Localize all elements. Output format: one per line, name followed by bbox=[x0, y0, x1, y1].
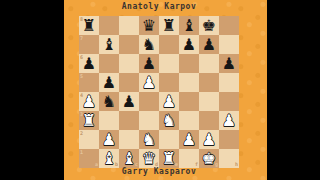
square-e8[interactable]: ♜ bbox=[159, 16, 179, 35]
square-d2[interactable]: ♞ bbox=[139, 130, 159, 149]
square-b7[interactable]: ♝ bbox=[99, 35, 119, 54]
square-c5[interactable] bbox=[119, 73, 139, 92]
square-d6[interactable]: ♟ bbox=[139, 54, 159, 73]
white-pawn-d5[interactable]: ♟ bbox=[142, 73, 156, 92]
black-bishop-f8[interactable]: ♝ bbox=[182, 16, 196, 35]
square-a3[interactable]: 3♜ bbox=[79, 111, 99, 130]
square-h8[interactable] bbox=[219, 16, 239, 35]
square-f3[interactable] bbox=[179, 111, 199, 130]
square-h2[interactable] bbox=[219, 130, 239, 149]
rank-label-3: 3 bbox=[80, 112, 83, 117]
square-f6[interactable] bbox=[179, 54, 199, 73]
square-f5[interactable] bbox=[179, 73, 199, 92]
letterbox-bar-left bbox=[0, 0, 64, 180]
square-g3[interactable] bbox=[199, 111, 219, 130]
square-h3[interactable]: ♟ bbox=[219, 111, 239, 130]
rank-label-5: 5 bbox=[80, 74, 83, 79]
white-pawn-g2[interactable]: ♟ bbox=[202, 130, 216, 149]
square-g2[interactable]: ♟ bbox=[199, 130, 219, 149]
square-e7[interactable] bbox=[159, 35, 179, 54]
square-e5[interactable] bbox=[159, 73, 179, 92]
white-pawn-f2[interactable]: ♟ bbox=[182, 130, 196, 149]
square-d7[interactable]: ♞ bbox=[139, 35, 159, 54]
square-h7[interactable] bbox=[219, 35, 239, 54]
square-f1[interactable]: f bbox=[179, 149, 199, 168]
square-e2[interactable] bbox=[159, 130, 179, 149]
square-b4[interactable]: ♞ bbox=[99, 92, 119, 111]
white-player-name: Garry Kasparov bbox=[79, 167, 239, 176]
square-d1[interactable]: d♛ bbox=[139, 149, 159, 168]
square-f2[interactable]: ♟ bbox=[179, 130, 199, 149]
rank-label-4: 4 bbox=[80, 93, 83, 98]
black-queen-d8[interactable]: ♛ bbox=[142, 16, 156, 35]
rank-label-8: 8 bbox=[80, 17, 83, 22]
black-pawn-a6[interactable]: ♟ bbox=[82, 54, 96, 73]
square-h6[interactable]: ♟ bbox=[219, 54, 239, 73]
square-c1[interactable]: c♝ bbox=[119, 149, 139, 168]
square-d5[interactable]: ♟ bbox=[139, 73, 159, 92]
square-e4[interactable]: ♟ bbox=[159, 92, 179, 111]
black-pawn-b5[interactable]: ♟ bbox=[102, 73, 116, 92]
square-a7[interactable]: 7 bbox=[79, 35, 99, 54]
white-pawn-b2[interactable]: ♟ bbox=[102, 130, 116, 149]
rank-label-7: 7 bbox=[80, 36, 83, 41]
square-e1[interactable]: e♜ bbox=[159, 149, 179, 168]
square-c4[interactable]: ♟ bbox=[119, 92, 139, 111]
square-c6[interactable] bbox=[119, 54, 139, 73]
square-d8[interactable]: ♛ bbox=[139, 16, 159, 35]
white-knight-e3[interactable]: ♞ bbox=[162, 111, 176, 130]
square-f8[interactable]: ♝ bbox=[179, 16, 199, 35]
rank-label-1: 1 bbox=[80, 150, 83, 155]
black-pawn-h6[interactable]: ♟ bbox=[222, 54, 236, 73]
square-e3[interactable]: ♞ bbox=[159, 111, 179, 130]
white-pawn-a4[interactable]: ♟ bbox=[82, 92, 96, 111]
rank-label-6: 6 bbox=[80, 55, 83, 60]
square-h5[interactable] bbox=[219, 73, 239, 92]
square-d4[interactable] bbox=[139, 92, 159, 111]
black-king-g8[interactable]: ♚ bbox=[202, 16, 216, 35]
square-b3[interactable] bbox=[99, 111, 119, 130]
square-h1[interactable]: h bbox=[219, 149, 239, 168]
square-d3[interactable] bbox=[139, 111, 159, 130]
black-knight-d7[interactable]: ♞ bbox=[142, 35, 156, 54]
square-a1[interactable]: 1a bbox=[79, 149, 99, 168]
square-a6[interactable]: 6♟ bbox=[79, 54, 99, 73]
white-pawn-h3[interactable]: ♟ bbox=[222, 111, 236, 130]
black-pawn-d6[interactable]: ♟ bbox=[142, 54, 156, 73]
square-c2[interactable] bbox=[119, 130, 139, 149]
black-pawn-f7[interactable]: ♟ bbox=[182, 35, 196, 54]
square-b8[interactable] bbox=[99, 16, 119, 35]
square-c3[interactable] bbox=[119, 111, 139, 130]
square-f4[interactable] bbox=[179, 92, 199, 111]
square-a4[interactable]: 4♟ bbox=[79, 92, 99, 111]
square-c8[interactable] bbox=[119, 16, 139, 35]
black-pawn-g7[interactable]: ♟ bbox=[202, 35, 216, 54]
chess-board: 8♜♛♜♝♚7♝♞♟♟6♟♟♟5♟♟4♟♞♟♟3♜♞♟2♟♞♟♟1ab♝c♝d♛… bbox=[79, 16, 239, 168]
square-f7[interactable]: ♟ bbox=[179, 35, 199, 54]
square-e6[interactable] bbox=[159, 54, 179, 73]
square-a8[interactable]: 8♜ bbox=[79, 16, 99, 35]
square-a5[interactable]: 5 bbox=[79, 73, 99, 92]
white-pawn-e4[interactable]: ♟ bbox=[162, 92, 176, 111]
square-a2[interactable]: 2 bbox=[79, 130, 99, 149]
black-pawn-c4[interactable]: ♟ bbox=[122, 92, 136, 111]
square-g5[interactable] bbox=[199, 73, 219, 92]
black-bishop-b7[interactable]: ♝ bbox=[102, 35, 116, 54]
black-rook-e8[interactable]: ♜ bbox=[162, 16, 176, 35]
white-rook-a3[interactable]: ♜ bbox=[82, 111, 96, 130]
white-knight-d2[interactable]: ♞ bbox=[142, 130, 156, 149]
square-b1[interactable]: b♝ bbox=[99, 149, 119, 168]
black-knight-b4[interactable]: ♞ bbox=[102, 92, 116, 111]
square-g8[interactable]: ♚ bbox=[199, 16, 219, 35]
square-b6[interactable] bbox=[99, 54, 119, 73]
square-g1[interactable]: g♚ bbox=[199, 149, 219, 168]
square-h4[interactable] bbox=[219, 92, 239, 111]
square-g7[interactable]: ♟ bbox=[199, 35, 219, 54]
square-c7[interactable] bbox=[119, 35, 139, 54]
square-g6[interactable] bbox=[199, 54, 219, 73]
rank-label-2: 2 bbox=[80, 131, 83, 136]
letterbox-bar-right bbox=[267, 0, 320, 180]
black-rook-a8[interactable]: ♜ bbox=[82, 16, 96, 35]
square-g4[interactable] bbox=[199, 92, 219, 111]
square-b5[interactable]: ♟ bbox=[99, 73, 119, 92]
black-player-name: Anatoly Karpov bbox=[79, 2, 239, 11]
square-b2[interactable]: ♟ bbox=[99, 130, 119, 149]
